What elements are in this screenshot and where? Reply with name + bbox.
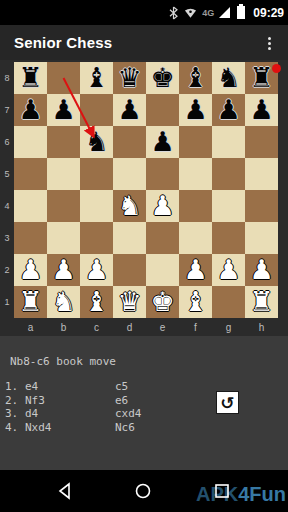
black-pawn: ♟ [113,94,146,126]
square-c1[interactable]: ♝ [80,286,113,318]
status-bar: 4G 09:29 [0,0,288,25]
square-h4[interactable] [245,190,278,222]
file-label-f: f [179,322,212,333]
move-3-black: cxd4 [115,407,142,421]
chess-board-section: 87654321 ♜♝♛♚♝♞♜♟♟♟♟♟♟♞♟♞♟♟♟♟♟♟♟♜♞♝♛♚♝♜ … [0,60,288,336]
home-icon[interactable] [134,482,152,500]
square-b6[interactable] [47,126,80,158]
app-bar: Senior Chess [0,25,288,60]
square-b2[interactable]: ♟ [47,254,80,286]
file-labels: abcdefgh [14,318,288,336]
file-label-g: g [212,322,245,333]
square-d5[interactable] [113,158,146,190]
square-g5[interactable] [212,158,245,190]
square-e7[interactable] [146,94,179,126]
black-knight: ♞ [212,62,245,94]
square-b3[interactable] [47,222,80,254]
file-label-c: c [80,322,113,333]
square-a4[interactable] [14,190,47,222]
square-e2[interactable] [146,254,179,286]
square-c3[interactable] [80,222,113,254]
square-h5[interactable] [245,158,278,190]
square-a8[interactable]: ♜ [14,62,47,94]
black-pawn: ♟ [245,94,278,126]
white-pawn: ♟ [212,254,245,286]
rank-label-5: 5 [0,158,14,190]
rank-label-3: 3 [0,222,14,254]
square-f8[interactable]: ♝ [179,62,212,94]
white-pawn: ♟ [146,190,179,222]
white-pawn: ♟ [245,254,278,286]
signal-icon [219,7,230,18]
overflow-menu-icon[interactable] [258,31,280,55]
square-c7[interactable] [80,94,113,126]
file-label-h: h [245,322,278,333]
back-icon[interactable] [57,482,75,500]
square-h7[interactable]: ♟ [245,94,278,126]
battery-icon [237,6,245,19]
rank-label-6: 6 [0,126,14,158]
square-c6[interactable]: ♞ [80,126,113,158]
square-b1[interactable]: ♞ [47,286,80,318]
square-f3[interactable] [179,222,212,254]
square-f5[interactable] [179,158,212,190]
black-pawn: ♟ [47,94,80,126]
white-rook: ♜ [14,286,47,318]
black-bishop: ♝ [179,62,212,94]
square-g7[interactable]: ♟ [212,94,245,126]
square-g8[interactable]: ♞ [212,62,245,94]
move-4-white: Nxd4 [25,421,115,435]
app-title: Senior Chess [0,34,112,51]
white-knight: ♞ [113,190,146,222]
square-c8[interactable]: ♝ [80,62,113,94]
square-a1[interactable]: ♜ [14,286,47,318]
square-g2[interactable]: ♟ [212,254,245,286]
white-queen: ♛ [113,286,146,318]
square-e3[interactable] [146,222,179,254]
rank-label-7: 7 [0,94,14,126]
black-queen: ♛ [113,62,146,94]
white-king: ♚ [146,286,179,318]
white-bishop: ♝ [179,286,212,318]
move-list: 1.e4c52.Nf3e63.d4cxd44.Nxd4Nc6 [5,380,142,434]
phone-screen: 4G 09:29 Senior Chess 87654321 ♜♝♛♚♝♞♜♟♟… [0,0,288,512]
move-row-3: 3.d4cxd4 [5,407,142,421]
square-h6[interactable] [245,126,278,158]
white-knight: ♞ [47,286,80,318]
black-pawn: ♟ [212,94,245,126]
square-g1[interactable] [212,286,245,318]
rank-label-2: 2 [0,254,14,286]
square-f4[interactable] [179,190,212,222]
square-h2[interactable]: ♟ [245,254,278,286]
rank-label-1: 1 [0,286,14,318]
black-bishop: ♝ [80,62,113,94]
network-type-label: 4G [202,8,214,18]
square-a5[interactable] [14,158,47,190]
square-d4[interactable]: ♞ [113,190,146,222]
square-e6[interactable]: ♟ [146,126,179,158]
square-c2[interactable]: ♟ [80,254,113,286]
square-g3[interactable] [212,222,245,254]
white-pawn: ♟ [14,254,47,286]
square-f7[interactable]: ♟ [179,94,212,126]
square-e4[interactable]: ♟ [146,190,179,222]
square-d1[interactable]: ♛ [113,286,146,318]
black-knight: ♞ [80,126,113,158]
white-bishop: ♝ [80,286,113,318]
move-3-white: d4 [25,407,115,421]
file-label-d: d [113,322,146,333]
black-rook: ♜ [14,62,47,94]
square-b5[interactable] [47,158,80,190]
black-king: ♚ [146,62,179,94]
square-d2[interactable] [113,254,146,286]
black-pawn: ♟ [179,94,212,126]
undo-move-button[interactable]: ↺ [216,391,239,414]
square-b8[interactable] [47,62,80,94]
move-4-no: 4. [5,421,25,435]
file-label-a: a [14,322,47,333]
chess-board: ♜♝♛♚♝♞♜♟♟♟♟♟♟♞♟♞♟♟♟♟♟♟♟♜♞♝♛♚♝♜ [14,62,278,318]
white-pawn: ♟ [47,254,80,286]
bluetooth-icon [168,6,179,20]
move-2-black: e6 [115,394,128,408]
move-4-black: Nc6 [115,421,135,435]
square-f1[interactable]: ♝ [179,286,212,318]
engine-annotation: Nb8-c6 book move [10,355,116,368]
square-g4[interactable] [212,190,245,222]
move-row-4: 4.Nxd4Nc6 [5,421,142,435]
square-b4[interactable] [47,190,80,222]
rank-label-8: 8 [0,62,14,94]
square-f6[interactable] [179,126,212,158]
file-label-e: e [146,322,179,333]
square-h3[interactable] [245,222,278,254]
square-h1[interactable]: ♜ [245,286,278,318]
rank-label-4: 4 [0,190,14,222]
white-pawn: ♟ [179,254,212,286]
white-rook: ♜ [245,286,278,318]
move-1-white: e4 [25,380,115,394]
move-row-2: 2.Nf3e6 [5,394,142,408]
android-nav-bar: APK4Fun [0,470,288,512]
file-label-b: b [47,322,80,333]
move-row-1: 1.e4c5 [5,380,142,394]
square-d3[interactable] [113,222,146,254]
move-1-no: 1. [5,380,25,394]
square-a6[interactable] [14,126,47,158]
apk4fun-watermark: APK4Fun [196,483,286,506]
square-f2[interactable]: ♟ [179,254,212,286]
square-a2[interactable]: ♟ [14,254,47,286]
white-pawn: ♟ [80,254,113,286]
square-e5[interactable] [146,158,179,190]
watermark-right: 4Fun [238,483,286,505]
square-g6[interactable] [212,126,245,158]
square-e8[interactable]: ♚ [146,62,179,94]
square-d8[interactable]: ♛ [113,62,146,94]
recents-icon[interactable] [213,482,231,500]
move-3-no: 3. [5,407,25,421]
clock: 09:29 [253,6,284,20]
black-pawn: ♟ [14,94,47,126]
square-a3[interactable] [14,222,47,254]
square-a7[interactable]: ♟ [14,94,47,126]
move-2-white: Nf3 [25,394,115,408]
square-b7[interactable]: ♟ [47,94,80,126]
square-c5[interactable] [80,158,113,190]
rank-labels: 87654321 [0,62,14,318]
square-c4[interactable] [80,190,113,222]
info-panel: Nb8-c6 book move 1.e4c52.Nf3e63.d4cxd44.… [0,336,288,470]
move-2-no: 2. [5,394,25,408]
square-d6[interactable] [113,126,146,158]
move-1-black: c5 [115,380,128,394]
wifi-icon [184,7,197,19]
black-pawn: ♟ [146,126,179,158]
engine-status-dot [272,64,281,73]
square-d7[interactable]: ♟ [113,94,146,126]
square-e1[interactable]: ♚ [146,286,179,318]
